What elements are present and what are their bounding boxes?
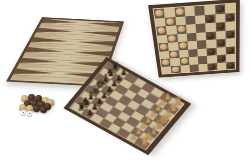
backgammon-bar [50,76,62,82]
checkers-disc-light [168,35,176,42]
checkers-disc-light [162,59,170,65]
checkers-disc-light [172,66,180,72]
loose-disc-dark [24,100,31,107]
checkers-disc-dark [208,48,216,54]
loose-disc-dark [28,94,35,101]
checkers-disc-light [166,18,174,25]
chess-piece-white-rook: ♜ [174,96,184,107]
loose-disc-light [47,99,54,106]
checkers-disc-light [177,26,185,33]
checkers-disc-light [175,8,184,15]
checkers-disc-light [170,51,178,57]
loose-disc-dark [33,105,40,112]
checkers-disc-dark [216,23,224,30]
chess-piece-black-pawn: ♟ [120,68,128,76]
checkers-disc-dark [207,32,215,39]
loose-disc-dark [40,106,47,113]
checkers-disc-dark [209,64,216,70]
product-photo: ♜♞♝♛♚♝♞♜♟♟♟♟♟♟♟♟♟♟♟♟♟♟♟♟♜♞♝♛♚♝♞♜ [0,0,250,167]
checkers-disc-dark [226,14,234,21]
loose-disc-light [21,95,28,102]
checkers-disc-light [179,42,187,49]
checkers-disc-light [157,27,165,34]
checkers-disc-dark [217,40,225,47]
die [27,111,32,116]
checkers-disc-light [155,10,164,17]
loose-disc-dark [35,95,42,102]
checkers-square [217,62,226,70]
checkers-square [189,64,199,72]
loose-disc-light [26,105,33,112]
checkers-disc-dark [206,15,214,22]
loose-disc-dark [38,101,45,108]
checkers-disc-light [160,44,168,51]
checkers-square [226,61,235,69]
checkers-disc-dark [217,55,224,61]
checkers-board [148,0,240,78]
chess-piece-white-pawn: ♟ [164,92,172,100]
loose-disc-light [19,104,26,111]
checkers-grid [154,4,235,74]
checkers-disc-dark [227,47,234,53]
chess-piece-black-rook: ♜ [110,61,120,72]
die [21,110,26,115]
loose-disc-dark [31,100,38,107]
checkers-disc-light [180,58,188,64]
checkers-disc-dark [226,31,234,38]
checkers-square [198,63,208,71]
loose-disc-light [42,97,49,104]
checkers-disc-dark [227,62,234,68]
checkers-square [208,63,217,71]
checkers-disc-dark [216,5,224,12]
backgammon-point-light [10,74,53,82]
loose-disc-dark [44,103,51,110]
